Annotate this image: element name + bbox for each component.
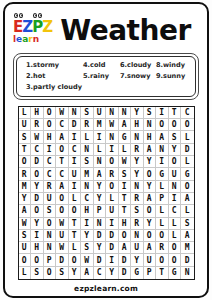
logo-letter: Z [42, 20, 52, 35]
grid-cell-r5c5[interactable]: I [69, 156, 82, 168]
grid-cell-r9c4[interactable]: O [56, 205, 69, 217]
grid-cell-r4c12[interactable]: N [156, 144, 169, 156]
grid-cell-r8c13[interactable]: I [169, 193, 182, 205]
grid-cell-r6c9[interactable]: S [119, 168, 132, 180]
grid-cell-r11c11[interactable]: O [144, 230, 157, 242]
footer-url: ezpzlearn.com [12, 284, 200, 293]
grid-cell-r12c1[interactable]: U [19, 242, 32, 254]
word-list-item: 1.stormy [26, 61, 83, 70]
grid-area: LHOWNSUNNYSITCUROCDRMWAHNOOOSWHAILINGNHA… [12, 106, 200, 280]
grid-cell-r12c7[interactable]: Y [94, 242, 107, 254]
grid-cell-r2c5[interactable]: D [69, 119, 82, 131]
grid-cell-r10c8[interactable]: I [106, 218, 119, 230]
word-list-box: 1.stormy2.hot3.partly cloudy4.cold5.rain… [13, 53, 199, 100]
grid-cell-r8c14[interactable]: A [181, 193, 194, 205]
grid-cell-r7c6[interactable]: N [81, 181, 94, 193]
grid-cell-r7c4[interactable]: A [56, 181, 69, 193]
grid-cell-r3c6[interactable]: L [81, 131, 94, 143]
grid-cell-r5c4[interactable]: T [56, 156, 69, 168]
grid-cell-r1c5[interactable]: N [69, 107, 82, 119]
grid-cell-r11c14[interactable]: A [181, 230, 194, 242]
worksheet-frame: EZPZ learn Weather 1.stormy2.hot3.partly… [3, 2, 209, 298]
grid-cell-r5c6[interactable]: S [81, 156, 94, 168]
grid-cell-r5c13[interactable]: O [169, 156, 182, 168]
logo-text-learn: learn [13, 35, 53, 44]
grid-cell-r13c5[interactable]: O [69, 254, 82, 266]
grid-cell-r10c6[interactable]: I [81, 218, 94, 230]
grid-cell-r2c14[interactable]: O [181, 119, 194, 131]
grid-cell-r6c13[interactable]: U [169, 168, 182, 180]
grid-cell-r8c10[interactable]: R [131, 193, 144, 205]
grid-cell-r9c8[interactable]: U [106, 205, 119, 217]
grid-cell-r12c2[interactable]: H [31, 242, 44, 254]
logo-letter: Z [22, 20, 32, 35]
grid-cell-r6c10[interactable]: Y [131, 168, 144, 180]
grid-cell-r9c3[interactable]: S [44, 205, 57, 217]
grid-cell-r14c14[interactable]: N [181, 267, 194, 279]
grid-cell-r4c3[interactable]: I [44, 144, 57, 156]
word-list-item: 6.cloudy [120, 61, 156, 70]
grid-cell-r2c9[interactable]: A [119, 119, 132, 131]
grid-cell-r13c3[interactable]: P [44, 254, 57, 266]
grid-cell-r11c9[interactable]: O [119, 230, 132, 242]
grid-cell-r6c4[interactable]: C [56, 168, 69, 180]
grid-cell-r11c12[interactable]: O [156, 230, 169, 242]
grid-cell-r3c14[interactable]: L [181, 131, 194, 143]
grid-cell-r7c13[interactable]: N [169, 181, 182, 193]
grid-cell-r4c4[interactable]: O [56, 144, 69, 156]
grid-cell-r13c6[interactable]: W [81, 254, 94, 266]
grid-cell-r2c11[interactable]: N [144, 119, 157, 131]
grid-cell-r5c9[interactable]: W [119, 156, 132, 168]
grid-cell-r9c7[interactable]: P [94, 205, 107, 217]
grid-cell-r8c6[interactable]: C [81, 193, 94, 205]
logo-letter: P [32, 20, 42, 35]
grid-cell-r10c14[interactable]: S [181, 218, 194, 230]
grid-cell-r1c14[interactable]: C [181, 107, 194, 119]
word-list-item: 4.cold [83, 61, 120, 70]
grid-cell-r3c1[interactable]: S [19, 131, 32, 143]
grid-cell-r3c2[interactable]: W [31, 131, 44, 143]
word-list-column: 4.cold5.rainy [83, 61, 120, 92]
grid-cell-r13c12[interactable]: O [156, 254, 169, 266]
grid-cell-r1c11[interactable]: S [144, 107, 157, 119]
grid-cell-r4c6[interactable]: N [81, 144, 94, 156]
grid-cell-r12c8[interactable]: D [106, 242, 119, 254]
grid-cell-r4c14[interactable]: D [181, 144, 194, 156]
grid-cell-r7c10[interactable]: N [131, 181, 144, 193]
grid-cell-r11c2[interactable]: I [31, 230, 44, 242]
grid-cell-r8c3[interactable]: U [44, 193, 57, 205]
grid-cell-r9c10[interactable]: S [131, 205, 144, 217]
grid-cell-r3c5[interactable]: I [69, 131, 82, 143]
grid-cell-r2c3[interactable]: O [44, 119, 57, 131]
grid-cell-r4c11[interactable]: A [144, 144, 157, 156]
grid-cell-r9c14[interactable]: L [181, 205, 194, 217]
grid-cell-r14c1[interactable]: L [19, 267, 32, 279]
grid-cell-r2c6[interactable]: R [81, 119, 94, 131]
grid-cell-r7c8[interactable]: O [106, 181, 119, 193]
grid-cell-r2c7[interactable]: M [94, 119, 107, 131]
grid-cell-r6c12[interactable]: G [156, 168, 169, 180]
logo-letter: n [33, 35, 39, 44]
grid-cell-r14c8[interactable]: Y [106, 267, 119, 279]
grid-cell-r13c13[interactable]: O [169, 254, 182, 266]
grid-cell-r5c14[interactable]: L [181, 156, 194, 168]
header: EZPZ learn Weather [12, 8, 200, 52]
grid-cell-r6c8[interactable]: R [106, 168, 119, 180]
grid-cell-r13c4[interactable]: D [56, 254, 69, 266]
grid-cell-r14c9[interactable]: D [119, 267, 132, 279]
grid-cell-r7c12[interactable]: L [156, 181, 169, 193]
grid-cell-r9c1[interactable]: A [19, 205, 32, 217]
grid-cell-r8c8[interactable]: L [106, 193, 119, 205]
grid-cell-r11c10[interactable]: N [131, 230, 144, 242]
grid-cell-r11c6[interactable]: Y [81, 230, 94, 242]
grid-cell-r4c9[interactable]: L [119, 144, 132, 156]
grid-cell-r7c1[interactable]: M [19, 181, 32, 193]
grid-cell-r5c12[interactable]: I [156, 156, 169, 168]
grid-cell-r4c2[interactable]: C [31, 144, 44, 156]
grid-cell-r13c11[interactable]: U [144, 254, 157, 266]
grid-cell-r5c11[interactable]: Y [144, 156, 157, 168]
grid-cell-r5c3[interactable]: C [44, 156, 57, 168]
grid-cell-r1c4[interactable]: W [56, 107, 69, 119]
grid-cell-r11c7[interactable]: D [94, 230, 107, 242]
grid-cell-r9c9[interactable]: T [119, 205, 132, 217]
grid-cell-r3c4[interactable]: A [56, 131, 69, 143]
grid-cell-r1c9[interactable]: N [119, 107, 132, 119]
ezpz-logo: EZPZ learn [13, 11, 53, 49]
grid-cell-r3c3[interactable]: H [44, 131, 57, 143]
grid-cell-r4c1[interactable]: T [19, 144, 32, 156]
grid-cell-r10c7[interactable]: N [94, 218, 107, 230]
grid-cell-r6c6[interactable]: M [81, 168, 94, 180]
grid-cell-r13c10[interactable]: Y [131, 254, 144, 266]
word-list-item: 5.rainy [83, 72, 120, 81]
grid-cell-r11c4[interactable]: U [56, 230, 69, 242]
logo-text-ezpz: EZPZ [13, 20, 53, 35]
grid-cell-r7c2[interactable]: Y [31, 181, 44, 193]
grid-cell-r9c13[interactable]: C [169, 205, 182, 217]
grid-cell-r1c8[interactable]: N [106, 107, 119, 119]
grid-cell-r14c13[interactable]: G [169, 267, 182, 279]
grid-cell-r14c12[interactable]: T [156, 267, 169, 279]
grid-cell-r13c1[interactable]: O [19, 254, 32, 266]
grid-cell-r4c8[interactable]: I [106, 144, 119, 156]
grid-cell-r14c6[interactable]: A [81, 267, 94, 279]
grid-cell-r6c1[interactable]: R [19, 168, 32, 180]
grid-cell-r4c7[interactable]: L [94, 144, 107, 156]
grid-cell-r13c2[interactable]: O [31, 254, 44, 266]
grid-cell-r5c10[interactable]: Y [131, 156, 144, 168]
grid-cell-r12c11[interactable]: A [144, 242, 157, 254]
grid-cell-r14c10[interactable]: G [131, 267, 144, 279]
grid-cell-r2c8[interactable]: W [106, 119, 119, 131]
grid-cell-r4c5[interactable]: C [69, 144, 82, 156]
grid-cell-r3c11[interactable]: H [144, 131, 157, 143]
grid-cell-r12c10[interactable]: U [131, 242, 144, 254]
grid-cell-r4c13[interactable]: Y [169, 144, 182, 156]
word-list-column: 8.windy9.sunny [156, 61, 191, 92]
grid-cell-r8c1[interactable]: Y [19, 193, 32, 205]
grid-cell-r10c4[interactable]: W [56, 218, 69, 230]
grid-cell-r2c1[interactable]: U [19, 119, 32, 131]
grid-cell-r7c5[interactable]: I [69, 181, 82, 193]
grid-cell-r2c4[interactable]: C [56, 119, 69, 131]
grid-cell-r6c7[interactable]: A [94, 168, 107, 180]
grid-cell-r5c2[interactable]: D [31, 156, 44, 168]
grid-cell-r12c5[interactable]: L [69, 242, 82, 254]
grid-cell-r1c6[interactable]: S [81, 107, 94, 119]
grid-cell-r3c7[interactable]: I [94, 131, 107, 143]
grid-cell-r13c8[interactable]: I [106, 254, 119, 266]
grid-cell-r11c1[interactable]: S [19, 230, 32, 242]
grid-cell-r10c10[interactable]: R [131, 218, 144, 230]
grid-cell-r9c11[interactable]: O [144, 205, 157, 217]
grid-cell-r8c7[interactable]: Y [94, 193, 107, 205]
grid-cell-r13c14[interactable]: D [181, 254, 194, 266]
grid-cell-r11c13[interactable]: L [169, 230, 182, 242]
grid-cell-r7c14[interactable]: O [181, 181, 194, 193]
grid-cell-r8c9[interactable]: T [119, 193, 132, 205]
grid-cell-r10c5[interactable]: T [69, 218, 82, 230]
word-list-item: 8.windy [156, 61, 191, 70]
grid-cell-r3c13[interactable]: S [169, 131, 182, 143]
grid-cell-r12c14[interactable]: M [181, 242, 194, 254]
grid-cell-r10c13[interactable]: L [169, 218, 182, 230]
grid-cell-r9c2[interactable]: O [31, 205, 44, 217]
word-list-item: 3.partly cloudy [26, 83, 83, 92]
grid-cell-r7c11[interactable]: Y [144, 181, 157, 193]
grid-cell-r5c1[interactable]: O [19, 156, 32, 168]
grid-cell-r3c10[interactable]: N [131, 131, 144, 143]
grid-cell-r14c2[interactable]: S [31, 267, 44, 279]
grid-cell-r12c9[interactable]: A [119, 242, 132, 254]
grid-cell-r9c12[interactable]: L [156, 205, 169, 217]
googly-eyes-icon [33, 13, 42, 18]
grid-cell-r2c13[interactable]: O [169, 119, 182, 131]
grid-cell-r12c3[interactable]: N [44, 242, 57, 254]
grid-cell-r8c4[interactable]: O [56, 193, 69, 205]
word-list-item: 2.hot [26, 72, 83, 81]
grid-cell-r3c9[interactable]: G [119, 131, 132, 143]
grid-cell-r2c10[interactable]: H [131, 119, 144, 131]
grid-cell-r11c3[interactable]: N [44, 230, 57, 242]
grid-cell-r14c11[interactable]: P [144, 267, 157, 279]
grid-cell-r12c13[interactable]: O [169, 242, 182, 254]
grid-cell-r1c13[interactable]: T [169, 107, 182, 119]
word-list: 1.stormy2.hot3.partly cloudy4.cold5.rain… [16, 56, 196, 97]
grid-cell-r6c14[interactable]: G [181, 168, 194, 180]
grid-cell-r14c4[interactable]: S [56, 267, 69, 279]
grid-cell-r12c12[interactable]: R [156, 242, 169, 254]
logo-letter: E [13, 20, 22, 35]
word-list-column: 6.cloudy7.snowy [120, 61, 156, 92]
grid-cell-r13c7[interactable]: D [94, 254, 107, 266]
grid-cell-r6c5[interactable]: U [69, 168, 82, 180]
grid-cell-r12c6[interactable]: S [81, 242, 94, 254]
grid-cell-r8c12[interactable]: P [156, 193, 169, 205]
word-list-item: 9.sunny [156, 72, 191, 81]
grid-cell-r1c10[interactable]: Y [131, 107, 144, 119]
grid-cell-r9c6[interactable]: H [81, 205, 94, 217]
grid-cell-r4c10[interactable]: R [131, 144, 144, 156]
grid-cell-r1c7[interactable]: U [94, 107, 107, 119]
grid-cell-r7c3[interactable]: R [44, 181, 57, 193]
grid-cell-r10c3[interactable]: O [44, 218, 57, 230]
grid-cell-r10c12[interactable]: L [156, 218, 169, 230]
grid-cell-r7c9[interactable]: I [119, 181, 132, 193]
grid-cell-r1c2[interactable]: H [31, 107, 44, 119]
grid-cell-r5c8[interactable]: O [106, 156, 119, 168]
grid-cell-r10c2[interactable]: Y [31, 218, 44, 230]
grid-cell-r14c3[interactable]: O [44, 267, 57, 279]
grid-cell-r9c5[interactable]: O [69, 205, 82, 217]
grid-cell-r12c4[interactable]: W [56, 242, 69, 254]
page-title: Weather [53, 14, 200, 47]
grid-cell-r1c12[interactable]: I [156, 107, 169, 119]
word-search-grid: LHOWNSUNNYSITCUROCDRMWAHNOOOSWHAILINGNHA… [18, 106, 195, 280]
grid-cell-r7c7[interactable]: Y [94, 181, 107, 193]
grid-cell-r8c2[interactable]: D [31, 193, 44, 205]
grid-cell-r11c5[interactable]: T [69, 230, 82, 242]
grid-cell-r1c1[interactable]: L [19, 107, 32, 119]
grid-cell-r10c11[interactable]: Y [144, 218, 157, 230]
grid-cell-r2c12[interactable]: O [156, 119, 169, 131]
grid-cell-r8c5[interactable]: L [69, 193, 82, 205]
grid-cell-r6c11[interactable]: O [144, 168, 157, 180]
grid-cell-r1c3[interactable]: O [44, 107, 57, 119]
grid-cell-r13c9[interactable]: D [119, 254, 132, 266]
grid-cell-r6c2[interactable]: O [31, 168, 44, 180]
googly-eyes-icon [14, 13, 23, 18]
word-list-column: 1.stormy2.hot3.partly cloudy [26, 61, 83, 92]
grid-cell-r14c7[interactable]: C [94, 267, 107, 279]
word-list-item: 7.snowy [120, 72, 156, 81]
grid-cell-r11c8[interactable]: D [106, 230, 119, 242]
grid-cell-r10c9[interactable]: H [119, 218, 132, 230]
grid-cell-r8c11[interactable]: A [144, 193, 157, 205]
grid-cell-r2c2[interactable]: R [31, 119, 44, 131]
grid-cell-r5c7[interactable]: N [94, 156, 107, 168]
grid-cell-r14c5[interactable]: Y [69, 267, 82, 279]
grid-cell-r3c12[interactable]: A [156, 131, 169, 143]
grid-cell-r6c3[interactable]: C [44, 168, 57, 180]
grid-cell-r3c8[interactable]: N [106, 131, 119, 143]
grid-cell-r10c1[interactable]: W [19, 218, 32, 230]
